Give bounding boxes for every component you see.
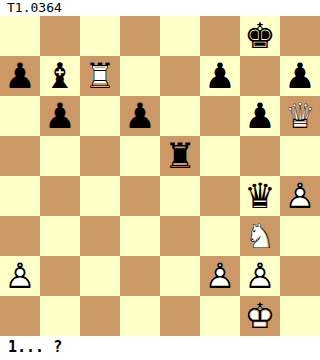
- square-c5[interactable]: [80, 136, 120, 176]
- square-a7[interactable]: ♟: [0, 56, 40, 96]
- square-a3[interactable]: [0, 216, 40, 256]
- square-d1[interactable]: [120, 296, 160, 336]
- square-h6[interactable]: ♛♕: [280, 96, 320, 136]
- square-g6[interactable]: ♟: [240, 96, 280, 136]
- white-pawn: ♟♙: [240, 256, 280, 296]
- square-b1[interactable]: [40, 296, 80, 336]
- square-h2[interactable]: [280, 256, 320, 296]
- piece-outline: ♙: [240, 256, 280, 296]
- black-pawn: ♟: [120, 96, 160, 136]
- square-e8[interactable]: [160, 16, 200, 56]
- piece-outline: ♙: [0, 256, 40, 296]
- square-e5[interactable]: ♜: [160, 136, 200, 176]
- square-f6[interactable]: [200, 96, 240, 136]
- square-a1[interactable]: [0, 296, 40, 336]
- square-h1[interactable]: [280, 296, 320, 336]
- square-g5[interactable]: [240, 136, 280, 176]
- square-a2[interactable]: ♟♙: [0, 256, 40, 296]
- square-d5[interactable]: [120, 136, 160, 176]
- chess-puzzle-app: T1.0364 ♚♟♝♜♖♟♟♟♟♟♛♕♜♛♟♙♞♘♟♙♟♙♟♙♚♔ 1... …: [0, 0, 320, 360]
- square-c3[interactable]: [80, 216, 120, 256]
- square-f7[interactable]: ♟: [200, 56, 240, 96]
- square-a6[interactable]: [0, 96, 40, 136]
- square-b2[interactable]: [40, 256, 80, 296]
- square-e4[interactable]: [160, 176, 200, 216]
- white-pawn: ♟♙: [200, 256, 240, 296]
- square-c4[interactable]: [80, 176, 120, 216]
- square-e3[interactable]: [160, 216, 200, 256]
- black-pawn: ♟: [280, 56, 320, 96]
- black-rook: ♜: [160, 136, 200, 176]
- square-d7[interactable]: [120, 56, 160, 96]
- white-pawn: ♟♙: [0, 256, 40, 296]
- square-h3[interactable]: [280, 216, 320, 256]
- black-pawn: ♟: [40, 96, 80, 136]
- square-d8[interactable]: [120, 16, 160, 56]
- square-g1[interactable]: ♚♔: [240, 296, 280, 336]
- square-f4[interactable]: [200, 176, 240, 216]
- square-c2[interactable]: [80, 256, 120, 296]
- piece-outline: ♕: [280, 96, 320, 136]
- square-e7[interactable]: [160, 56, 200, 96]
- square-d3[interactable]: [120, 216, 160, 256]
- square-c6[interactable]: [80, 96, 120, 136]
- square-b5[interactable]: [40, 136, 80, 176]
- black-pawn: ♟: [200, 56, 240, 96]
- square-d6[interactable]: ♟: [120, 96, 160, 136]
- square-e2[interactable]: [160, 256, 200, 296]
- black-king: ♚: [240, 16, 280, 56]
- black-bishop: ♝: [40, 56, 80, 96]
- square-a4[interactable]: [0, 176, 40, 216]
- square-h5[interactable]: [280, 136, 320, 176]
- square-d2[interactable]: [120, 256, 160, 296]
- white-queen: ♛♕: [280, 96, 320, 136]
- square-a8[interactable]: [0, 16, 40, 56]
- puzzle-id: T1.0364: [0, 0, 320, 16]
- piece-outline: ♘: [240, 216, 280, 256]
- square-c8[interactable]: [80, 16, 120, 56]
- square-d4[interactable]: [120, 176, 160, 216]
- white-pawn: ♟♙: [280, 176, 320, 216]
- piece-outline: ♙: [200, 256, 240, 296]
- white-rook: ♜♖: [80, 56, 120, 96]
- square-g3[interactable]: ♞♘: [240, 216, 280, 256]
- square-c1[interactable]: [80, 296, 120, 336]
- square-g2[interactable]: ♟♙: [240, 256, 280, 296]
- square-b3[interactable]: [40, 216, 80, 256]
- square-h4[interactable]: ♟♙: [280, 176, 320, 216]
- square-g8[interactable]: ♚: [240, 16, 280, 56]
- square-f1[interactable]: [200, 296, 240, 336]
- square-f2[interactable]: ♟♙: [200, 256, 240, 296]
- square-f8[interactable]: [200, 16, 240, 56]
- square-b7[interactable]: ♝: [40, 56, 80, 96]
- square-f3[interactable]: [200, 216, 240, 256]
- black-pawn: ♟: [240, 96, 280, 136]
- black-pawn: ♟: [0, 56, 40, 96]
- square-e6[interactable]: [160, 96, 200, 136]
- white-king: ♚♔: [240, 296, 280, 336]
- square-c7[interactable]: ♜♖: [80, 56, 120, 96]
- square-a5[interactable]: [0, 136, 40, 176]
- piece-outline: ♙: [280, 176, 320, 216]
- square-f5[interactable]: [200, 136, 240, 176]
- square-b6[interactable]: ♟: [40, 96, 80, 136]
- square-b8[interactable]: [40, 16, 80, 56]
- square-g7[interactable]: [240, 56, 280, 96]
- piece-outline: ♖: [80, 56, 120, 96]
- square-e1[interactable]: [160, 296, 200, 336]
- move-prompt: 1... ?: [0, 336, 320, 360]
- piece-outline: ♔: [240, 296, 280, 336]
- square-h8[interactable]: [280, 16, 320, 56]
- chess-board: ♚♟♝♜♖♟♟♟♟♟♛♕♜♛♟♙♞♘♟♙♟♙♟♙♚♔: [0, 16, 320, 336]
- square-g4[interactable]: ♛: [240, 176, 280, 216]
- square-b4[interactable]: [40, 176, 80, 216]
- white-knight: ♞♘: [240, 216, 280, 256]
- square-h7[interactable]: ♟: [280, 56, 320, 96]
- black-queen: ♛: [240, 176, 280, 216]
